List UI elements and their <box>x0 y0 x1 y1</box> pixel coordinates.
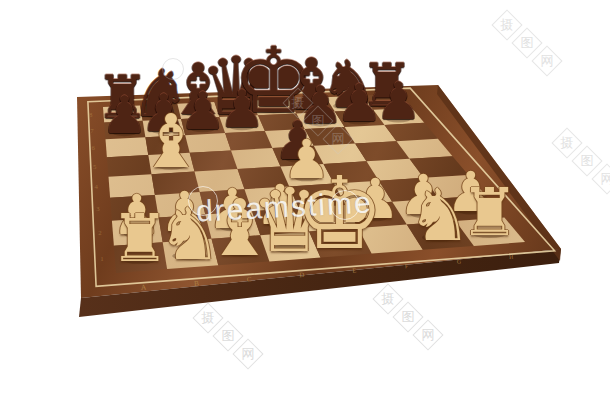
piece-white-bishop-b5[interactable]: ♝ <box>138 106 204 180</box>
piece-black-pawn-d7[interactable]: ♟ <box>219 84 265 136</box>
watermark-circle <box>330 190 360 220</box>
watermark-circle <box>188 186 218 216</box>
piece-black-pawn-h7[interactable]: ♟ <box>375 76 421 128</box>
piece-white-rook-h1[interactable]: ♜ <box>460 180 519 246</box>
chess-scene: ABCDEFGH12345678 ♜♞♝♛♚♝♞♜♟♟♟♟♟♟♟♟♝♟♟♟♟♟♟… <box>0 0 610 405</box>
watermark-circle <box>162 58 184 80</box>
